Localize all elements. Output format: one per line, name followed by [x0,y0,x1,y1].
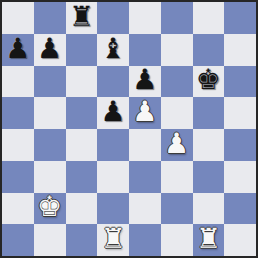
square-h6[interactable] [224,66,256,98]
square-b1[interactable] [34,224,66,256]
square-a4[interactable] [2,129,34,161]
white-rook[interactable]: ♜ [101,225,126,253]
square-b7[interactable]: ♟ [34,34,66,66]
square-d3[interactable] [97,161,129,193]
square-f6[interactable] [161,66,193,98]
square-f3[interactable] [161,161,193,193]
square-h2[interactable] [224,193,256,225]
white-pawn[interactable]: ♟ [132,98,157,126]
square-d7[interactable]: ♝ [97,34,129,66]
square-f7[interactable] [161,34,193,66]
square-c6[interactable] [66,66,98,98]
square-a3[interactable] [2,161,34,193]
square-c5[interactable] [66,97,98,129]
square-b2[interactable]: ♚ [34,193,66,225]
square-e8[interactable] [129,2,161,34]
square-c4[interactable] [66,129,98,161]
square-d4[interactable] [97,129,129,161]
square-f2[interactable] [161,193,193,225]
square-h3[interactable] [224,161,256,193]
square-d5[interactable]: ♟ [97,97,129,129]
square-f8[interactable] [161,2,193,34]
square-h5[interactable] [224,97,256,129]
black-bishop[interactable]: ♝ [101,35,126,63]
square-a6[interactable] [2,66,34,98]
square-g6[interactable]: ♚ [193,66,225,98]
square-c1[interactable] [66,224,98,256]
black-pawn[interactable]: ♟ [101,98,126,126]
square-a1[interactable] [2,224,34,256]
black-pawn[interactable]: ♟ [132,66,157,94]
black-rook[interactable]: ♜ [69,3,94,31]
square-b3[interactable] [34,161,66,193]
square-c8[interactable]: ♜ [66,2,98,34]
square-b8[interactable] [34,2,66,34]
square-b5[interactable] [34,97,66,129]
square-b6[interactable] [34,66,66,98]
square-g1[interactable]: ♜ [193,224,225,256]
square-d1[interactable]: ♜ [97,224,129,256]
square-f1[interactable] [161,224,193,256]
square-e2[interactable] [129,193,161,225]
square-h1[interactable] [224,224,256,256]
square-g2[interactable] [193,193,225,225]
white-rook[interactable]: ♜ [196,225,221,253]
square-e3[interactable] [129,161,161,193]
square-h8[interactable] [224,2,256,34]
square-h4[interactable] [224,129,256,161]
square-g3[interactable] [193,161,225,193]
square-h7[interactable] [224,34,256,66]
square-d6[interactable] [97,66,129,98]
square-d8[interactable] [97,2,129,34]
square-e7[interactable] [129,34,161,66]
square-e1[interactable] [129,224,161,256]
black-king[interactable]: ♚ [196,66,221,94]
square-e6[interactable]: ♟ [129,66,161,98]
chess-board-container: ♜♟♟♝♟♚♟♟♟♚♜♜ [0,0,258,258]
square-g5[interactable] [193,97,225,129]
square-c7[interactable] [66,34,98,66]
square-g8[interactable] [193,2,225,34]
square-e5[interactable]: ♟ [129,97,161,129]
square-a7[interactable]: ♟ [2,34,34,66]
white-pawn[interactable]: ♟ [164,130,189,158]
white-king[interactable]: ♚ [37,193,62,221]
square-a5[interactable] [2,97,34,129]
black-pawn[interactable]: ♟ [5,35,30,63]
square-d2[interactable] [97,193,129,225]
square-a2[interactable] [2,193,34,225]
square-e4[interactable] [129,129,161,161]
square-c3[interactable] [66,161,98,193]
square-f5[interactable] [161,97,193,129]
square-g4[interactable] [193,129,225,161]
chess-board: ♜♟♟♝♟♚♟♟♟♚♜♜ [0,0,258,258]
square-c2[interactable] [66,193,98,225]
black-pawn[interactable]: ♟ [37,35,62,63]
square-a8[interactable] [2,2,34,34]
square-f4[interactable]: ♟ [161,129,193,161]
square-b4[interactable] [34,129,66,161]
square-g7[interactable] [193,34,225,66]
